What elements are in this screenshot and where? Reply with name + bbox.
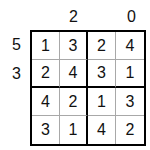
puzzle-page: 20 53 1324243142133142 (0, 0, 150, 150)
top-clues: 20 (30, 5, 146, 28)
left-clue-row4 (5, 117, 28, 146)
left-clues: 53 (5, 30, 28, 146)
cell-r2c4: 1 (116, 60, 144, 88)
top-clue-col4: 0 (117, 5, 146, 28)
left-clue-row2: 3 (5, 59, 28, 88)
sudoku-board: 1324243142133142 (30, 30, 146, 146)
cell-r2c3: 3 (88, 60, 116, 88)
top-clue-col1 (30, 5, 59, 28)
cell-r3c4: 3 (116, 88, 144, 116)
cell-r3c3: 1 (88, 88, 116, 116)
cell-r1c3: 2 (88, 32, 116, 60)
left-clue-row1: 5 (5, 30, 28, 59)
cell-r1c4: 4 (116, 32, 144, 60)
cell-r3c2: 2 (60, 88, 88, 116)
cell-r1c1: 1 (32, 32, 60, 60)
cell-r2c1: 2 (32, 60, 60, 88)
cell-r4c1: 3 (32, 116, 60, 144)
cell-r3c1: 4 (32, 88, 60, 116)
top-clue-col3 (88, 5, 117, 28)
top-clue-col2: 2 (59, 5, 88, 28)
left-clue-row3 (5, 88, 28, 117)
cell-r1c2: 3 (60, 32, 88, 60)
cell-r4c3: 4 (88, 116, 116, 144)
cell-r4c4: 2 (116, 116, 144, 144)
cell-r2c2: 4 (60, 60, 88, 88)
cell-r4c2: 1 (60, 116, 88, 144)
